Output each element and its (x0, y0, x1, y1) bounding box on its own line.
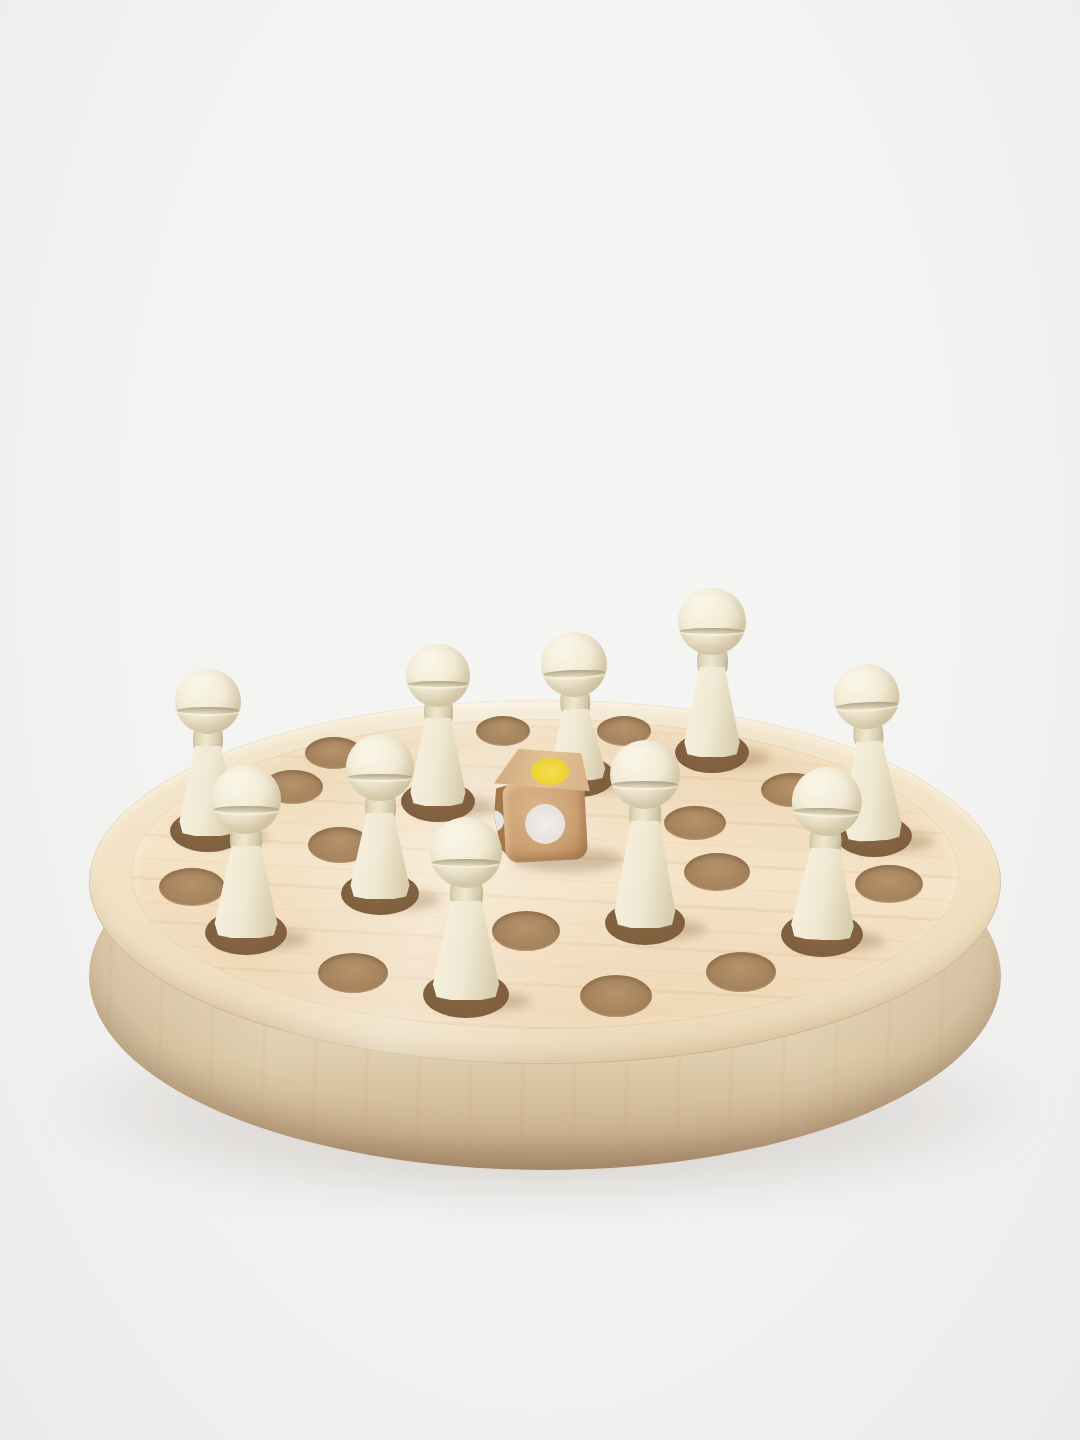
peg-groove (408, 681, 468, 687)
peg-front-left[interactable] (211, 765, 281, 938)
hole-empty-h-mid-2[interactable] (684, 853, 750, 891)
peg-head (211, 765, 281, 834)
peg-groove (836, 701, 898, 711)
peg-head (406, 644, 470, 707)
hole-empty-h-back-1[interactable] (476, 716, 530, 746)
peg-head (540, 631, 608, 698)
die[interactable] (492, 748, 594, 864)
die-dot-white (524, 803, 566, 845)
peg-head (791, 766, 863, 837)
peg-body (212, 846, 280, 938)
peg-body (408, 718, 468, 806)
hole-empty-h-front-1[interactable] (318, 953, 388, 993)
peg-body (348, 813, 412, 899)
peg-groove (793, 807, 859, 816)
peg-body (682, 667, 742, 757)
peg-groove (348, 774, 412, 781)
peg-back-tall[interactable] (678, 588, 746, 757)
die-dot-yellow (531, 758, 569, 785)
peg-head (678, 588, 746, 655)
peg-head (610, 740, 680, 809)
peg-head (832, 663, 901, 731)
peg-groove (432, 859, 500, 866)
scene (0, 0, 1080, 1440)
peg-front-center[interactable] (430, 817, 502, 1000)
hole-empty-h-front-2[interactable] (706, 952, 776, 992)
die-front-face (502, 779, 588, 863)
peg-groove (680, 628, 744, 635)
peg-groove (177, 707, 239, 714)
peg-body (430, 901, 502, 1000)
peg-groove (543, 669, 605, 678)
peg-mid-left[interactable] (346, 734, 414, 899)
peg-center-right[interactable] (610, 740, 680, 928)
hole-empty-h-mid-3[interactable] (492, 911, 560, 951)
hole-empty-h-front-3[interactable] (580, 975, 652, 1017)
peg-groove (612, 781, 678, 788)
peg-head (430, 817, 502, 888)
peg-head (175, 669, 241, 734)
peg-groove (213, 806, 279, 813)
peg-body (788, 847, 859, 941)
hole-empty-h-right-2[interactable] (855, 865, 923, 903)
peg-back-left-center[interactable] (406, 644, 470, 806)
peg-body (612, 821, 678, 928)
peg-head (346, 734, 414, 801)
peg-right-mid[interactable] (787, 766, 863, 941)
